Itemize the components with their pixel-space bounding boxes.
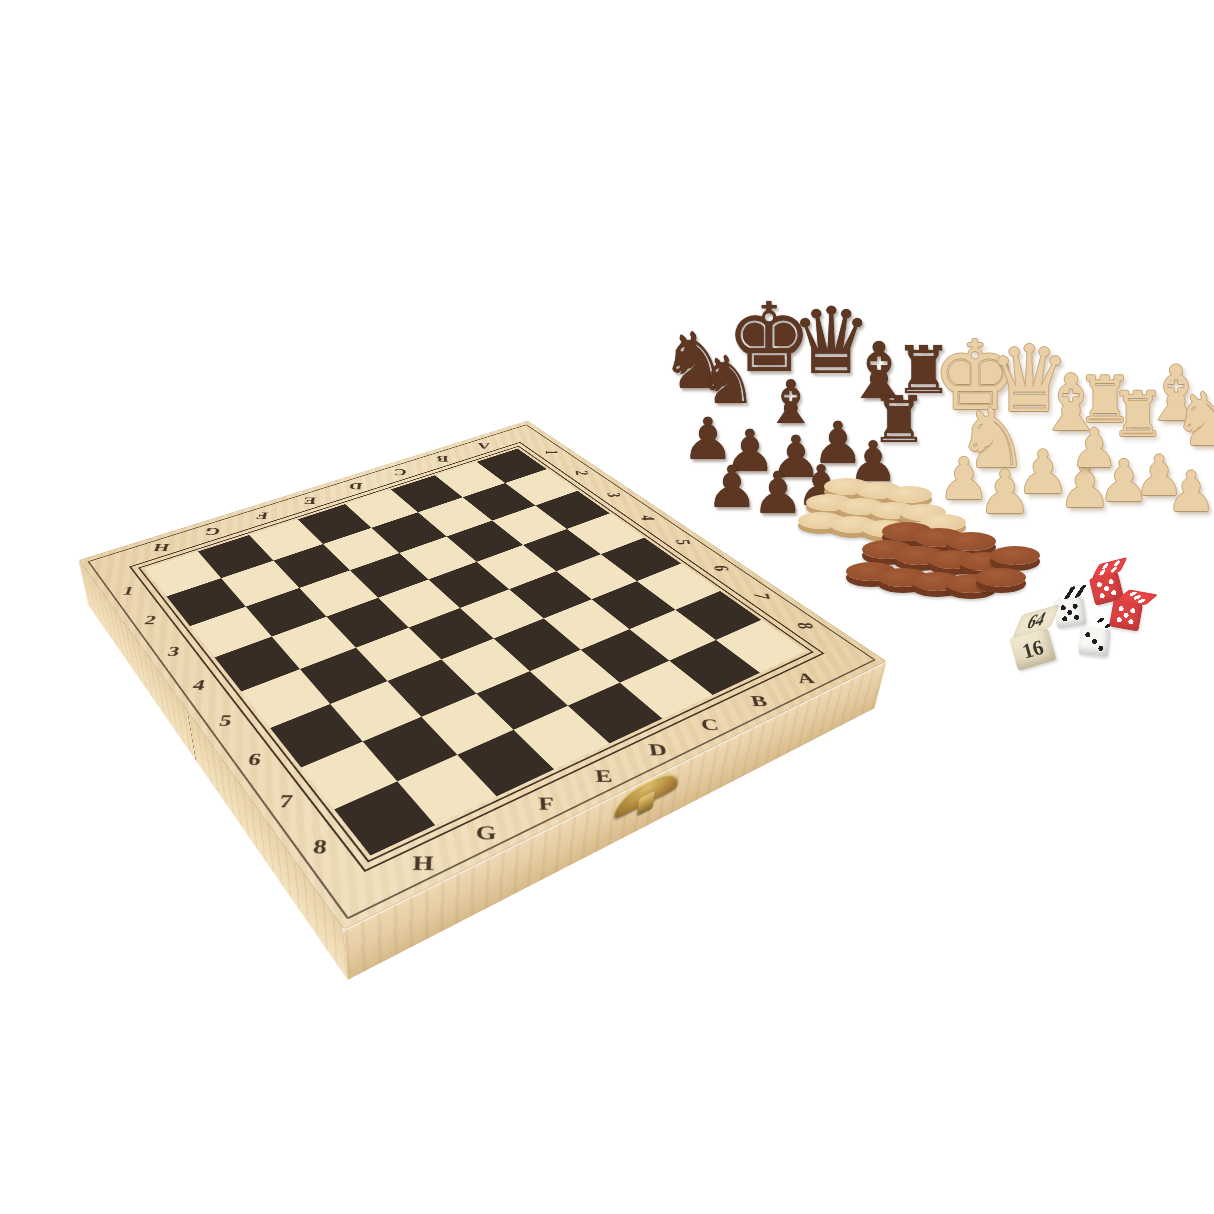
coord-label: 7 <box>749 593 775 599</box>
coord-label: 2 <box>571 471 592 475</box>
coord-label: C <box>393 467 407 477</box>
square-e6 <box>441 638 529 693</box>
coord-label: 2 <box>142 613 158 627</box>
coord-label: D <box>348 481 363 491</box>
coord-label: 1 <box>121 584 136 597</box>
square-a8 <box>716 620 806 673</box>
coord-label: 6 <box>246 750 262 769</box>
square-f5 <box>356 628 442 682</box>
square-g5 <box>300 648 387 704</box>
coord-label: 5 <box>218 712 234 730</box>
red-die-2 <box>1109 587 1153 633</box>
coord-label: E <box>594 766 613 786</box>
coord-label-cell: 3 <box>148 631 200 673</box>
square-h4 <box>215 637 300 692</box>
coord-label: 8 <box>312 836 328 858</box>
coord-label: A <box>478 441 491 450</box>
coord-label-cell: 5 <box>197 697 254 746</box>
square-g8 <box>397 755 496 825</box>
coord-label: G <box>203 525 222 537</box>
coord-label: A <box>795 670 817 686</box>
coord-label: D <box>647 740 668 759</box>
coord-label: 1 <box>541 450 561 454</box>
square-d7 <box>530 650 620 706</box>
dark-pawn: ♟ <box>706 458 758 516</box>
coord-label: 3 <box>166 644 182 659</box>
square-h5 <box>241 669 330 728</box>
dark-checker <box>990 546 1040 565</box>
square-e5 <box>409 608 494 659</box>
coord-label: B <box>749 692 770 709</box>
square-h7 <box>301 741 397 809</box>
white-die-1-top-face <box>1056 583 1095 602</box>
file-labels-south: HGFEDCBA <box>380 659 840 891</box>
coord-label: E <box>303 495 317 506</box>
square-h3 <box>190 606 272 657</box>
coord-label: 4 <box>191 677 207 693</box>
coord-label: 5 <box>671 540 694 545</box>
square-b8 <box>669 640 760 695</box>
light-pawn: ♟ <box>1166 464 1214 520</box>
coord-label: B <box>437 454 449 464</box>
square-g6 <box>330 681 421 741</box>
coord-label: 6 <box>709 565 733 571</box>
coord-label: 8 <box>791 622 818 628</box>
square-g4 <box>272 617 356 669</box>
dark-checker <box>976 568 1026 587</box>
product-photo-page: { "product": { "description": "Folding w… <box>0 0 1214 1214</box>
square-e8 <box>514 706 610 769</box>
light-pawn: ♟ <box>1070 422 1118 476</box>
rank-labels-west: 12345678 <box>105 573 354 878</box>
coord-label: H <box>151 541 171 553</box>
coord-label: C <box>699 716 721 734</box>
coord-label: F <box>538 793 555 814</box>
coord-label: G <box>475 822 496 844</box>
product-photo-canvas: HGFEDCBA HGFEDCBA 12345678 12345678 <box>0 0 1214 1214</box>
square-b7 <box>629 610 716 661</box>
square-c7 <box>580 629 669 683</box>
white-die-2-front-face <box>1078 626 1111 657</box>
coord-label: F <box>255 510 269 521</box>
square-f8 <box>457 730 554 797</box>
dark-checker <box>946 532 996 551</box>
light-checker <box>886 486 932 503</box>
square-c8 <box>620 661 713 719</box>
square-d6 <box>494 618 581 670</box>
coord-label: 3 <box>603 492 625 497</box>
coord-label: H <box>411 852 433 875</box>
coord-label-cell: 8 <box>772 606 837 646</box>
square-f6 <box>387 659 476 716</box>
dark-checkers-stack <box>846 522 1046 617</box>
square-g7 <box>362 717 457 782</box>
square-h8 <box>334 782 435 856</box>
coord-label: 7 <box>278 791 294 812</box>
square-h6 <box>270 704 362 767</box>
square-d8 <box>568 683 662 743</box>
square-f7 <box>421 693 514 755</box>
square-e7 <box>476 671 568 730</box>
